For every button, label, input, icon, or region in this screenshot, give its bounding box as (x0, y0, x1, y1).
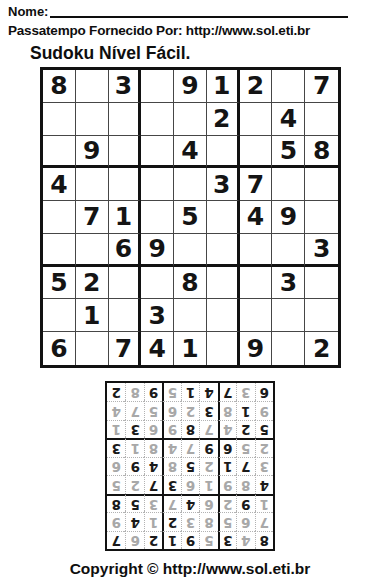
puzzle-cell-r9c8[interactable] (272, 332, 305, 365)
puzzle-cell-r5c3: 1 (109, 201, 142, 234)
solution-cell-r6c8: 1 (125, 438, 143, 456)
puzzle-cell-r4c1: 4 (43, 168, 76, 201)
solution-cell-r8c2: 1 (236, 401, 254, 419)
puzzle-cell-r5c2: 7 (76, 201, 109, 234)
solution-cell-r1c7: 2 (144, 531, 162, 549)
puzzle-cell-r3c1[interactable] (43, 136, 76, 169)
puzzle-cell-r7c5: 8 (174, 267, 207, 300)
puzzle-cell-r7c9[interactable] (305, 267, 338, 300)
solution-cell-r1c4: 5 (199, 531, 217, 549)
solution-cell-r2c3: 5 (218, 512, 236, 530)
solution-cell-r9c7: 9 (144, 383, 162, 401)
solution-cell-r8c7: 5 (144, 401, 162, 419)
puzzle-cell-r1c7: 2 (240, 70, 273, 103)
puzzle-cell-r1c3: 3 (109, 70, 142, 103)
solution-cell-r7c5: 8 (181, 420, 199, 438)
puzzle-cell-r6c6[interactable] (207, 234, 240, 267)
puzzle-cell-r6c7[interactable] (240, 234, 273, 267)
puzzle-cell-r7c3[interactable] (109, 267, 142, 300)
solution-cell-r2c2: 6 (236, 512, 254, 530)
puzzle-cell-r2c3[interactable] (109, 103, 142, 136)
solution-cell-r8c4: 3 (199, 401, 217, 419)
solution-cell-r9c5: 1 (181, 383, 199, 401)
solution-cell-r7c9: 1 (107, 420, 125, 438)
puzzle-cell-r6c8[interactable] (272, 234, 305, 267)
solution-cell-r2c6: 2 (162, 512, 180, 530)
solution-cell-r4c1: 4 (255, 475, 273, 493)
puzzle-cell-r2c6: 2 (207, 103, 240, 136)
solution-cell-r6c9: 3 (107, 438, 125, 456)
solution-cell-r9c9: 2 (107, 383, 125, 401)
solution-cell-r8c5: 2 (181, 401, 199, 419)
solution-cell-r5c7: 4 (144, 457, 162, 475)
solution-cell-r2c4: 8 (199, 512, 217, 530)
name-blank-line (50, 4, 348, 18)
solution-cell-r3c8: 5 (125, 494, 143, 512)
puzzle-cell-r1c5: 9 (174, 70, 207, 103)
solution-cell-r9c2: 3 (236, 383, 254, 401)
puzzle-cell-r6c4: 9 (141, 234, 174, 267)
puzzle-cell-r9c7: 9 (240, 332, 273, 365)
puzzle-cell-r9c5: 1 (174, 332, 207, 365)
solution-cell-r3c5: 4 (181, 494, 199, 512)
puzzle-cell-r3c4[interactable] (141, 136, 174, 169)
solution-cell-r9c3: 7 (218, 383, 236, 401)
puzzle-cell-r1c8[interactable] (272, 70, 305, 103)
solution-cell-r7c1: 5 (255, 420, 273, 438)
solution-cell-r7c7: 6 (144, 420, 162, 438)
solution-cell-r9c4: 4 (199, 383, 217, 401)
solution-cell-r2c5: 3 (181, 512, 199, 530)
puzzle-cell-r6c9: 3 (305, 234, 338, 267)
puzzle-cell-r5c4[interactable] (141, 201, 174, 234)
puzzle-cell-r4c7: 7 (240, 168, 273, 201)
provider-line: Passatempo Fornecido Por: http://www.sol… (8, 23, 372, 38)
solution-cell-r3c4: 6 (199, 494, 217, 512)
solution-cell-r8c9: 4 (107, 401, 125, 419)
puzzle-cell-r2c8: 4 (272, 103, 305, 136)
puzzle-cell-r9c1: 6 (43, 332, 76, 365)
puzzle-cell-r1c9: 7 (305, 70, 338, 103)
solution-cell-r1c2: 4 (236, 531, 254, 549)
solution-cell-r1c3: 3 (218, 531, 236, 549)
puzzle-cell-r5c1[interactable] (43, 201, 76, 234)
puzzle-cell-r8c1[interactable] (43, 299, 76, 332)
solution-cell-r4c9: 5 (107, 475, 125, 493)
solution-cell-r3c6: 7 (162, 494, 180, 512)
solution-cell-r2c8: 4 (125, 512, 143, 530)
puzzle-cell-r2c7[interactable] (240, 103, 273, 136)
solution-cell-r1c8: 6 (125, 531, 143, 549)
puzzle-cell-r7c4[interactable] (141, 267, 174, 300)
solution-cell-r3c2: 9 (236, 494, 254, 512)
puzzle-cell-r3c3[interactable] (109, 136, 142, 169)
puzzle-cell-r8c8[interactable] (272, 299, 305, 332)
solution-cell-r9c1: 6 (255, 383, 273, 401)
puzzle-cell-r7c1: 5 (43, 267, 76, 300)
solution-cell-r5c5: 5 (181, 457, 199, 475)
solution-cell-r3c7: 3 (144, 494, 162, 512)
solution-cell-r1c5: 9 (181, 531, 199, 549)
solution-cell-r6c6: 4 (162, 438, 180, 456)
puzzle-cell-r9c2[interactable] (76, 332, 109, 365)
puzzle-cell-r2c4[interactable] (141, 103, 174, 136)
puzzle-cell-r5c6[interactable] (207, 201, 240, 234)
puzzle-cell-r4c9[interactable] (305, 168, 338, 201)
solution-cell-r7c6: 9 (162, 420, 180, 438)
puzzle-cell-r8c5[interactable] (174, 299, 207, 332)
puzzle-cell-r8c7[interactable] (240, 299, 273, 332)
puzzle-cell-r5c5: 5 (174, 201, 207, 234)
puzzle-cell-r6c5[interactable] (174, 234, 207, 267)
solution-cell-r6c2: 5 (236, 438, 254, 456)
puzzle-cell-r7c2: 2 (76, 267, 109, 300)
puzzle-cell-r7c6[interactable] (207, 267, 240, 300)
puzzle-cell-r2c5[interactable] (174, 103, 207, 136)
puzzle-cell-r4c6: 3 (207, 168, 240, 201)
solution-cell-r5c1: 3 (255, 457, 273, 475)
puzzle-cell-r9c3: 7 (109, 332, 142, 365)
solution-cell-r7c8: 3 (125, 420, 143, 438)
solution-cell-r5c3: 1 (218, 457, 236, 475)
puzzle-cell-r8c3[interactable] (109, 299, 142, 332)
copyright-line: Copyright © http://www.sol.eti.br (8, 560, 372, 578)
puzzle-cell-r8c9[interactable] (305, 299, 338, 332)
puzzle-cell-r4c2[interactable] (76, 168, 109, 201)
solution-cell-r6c4: 9 (199, 438, 217, 456)
solution-cell-r6c1: 2 (255, 438, 273, 456)
solution-cell-r1c6: 1 (162, 531, 180, 549)
solution-cell-r3c3: 2 (218, 494, 236, 512)
puzzle-cell-r7c7[interactable] (240, 267, 273, 300)
solution-cell-r4c2: 8 (236, 475, 254, 493)
puzzle-cell-r3c7[interactable] (240, 136, 273, 169)
solution-grid-wrap: 8435912677658321491926473584891637253712… (105, 381, 275, 551)
name-row: Nome: (8, 2, 372, 19)
solution-cell-r6c3: 6 (218, 438, 236, 456)
puzzle-cell-r2c1[interactable] (43, 103, 76, 136)
solution-cell-r8c3: 8 (218, 401, 236, 419)
solution-cell-r5c8: 9 (125, 457, 143, 475)
puzzle-cell-r4c3[interactable] (109, 168, 142, 201)
solution-cell-r1c1: 8 (255, 531, 273, 549)
solution-cell-r4c4: 1 (199, 475, 217, 493)
solution-cell-r1c9: 7 (107, 531, 125, 549)
solution-cell-r6c7: 8 (144, 438, 162, 456)
puzzle-cell-r6c3: 6 (109, 234, 142, 267)
solution-cell-r5c6: 8 (162, 457, 180, 475)
puzzle-cell-r9c9: 2 (305, 332, 338, 365)
puzzle-cell-r8c2: 1 (76, 299, 109, 332)
puzzle-cell-r9c4: 4 (141, 332, 174, 365)
puzzle-cell-r7c8: 3 (272, 267, 305, 300)
puzzle-cell-r2c2[interactable] (76, 103, 109, 136)
solution-grid: 8435912677658321491926473584891637253712… (105, 381, 275, 551)
puzzle-cell-r6c2[interactable] (76, 234, 109, 267)
puzzle-cell-r8c4: 3 (141, 299, 174, 332)
solution-cell-r4c5: 6 (181, 475, 199, 493)
puzzle-cell-r1c4[interactable] (141, 70, 174, 103)
puzzle-cell-r3c2: 9 (76, 136, 109, 169)
solution-cell-r7c2: 2 (236, 420, 254, 438)
puzzle-cell-r5c7: 4 (240, 201, 273, 234)
solution-cell-r9c8: 8 (125, 383, 143, 401)
solution-cell-r2c7: 1 (144, 512, 162, 530)
page-title: Sudoku Nível Fácil. (30, 43, 372, 64)
puzzle-cell-r1c2[interactable] (76, 70, 109, 103)
solution-cell-r7c3: 4 (218, 420, 236, 438)
puzzle-cell-r3c5: 4 (174, 136, 207, 169)
puzzle-cell-r1c6: 1 (207, 70, 240, 103)
puzzle-cell-r2c9[interactable] (305, 103, 338, 136)
solution-cell-r8c8: 7 (125, 401, 143, 419)
solution-cell-r4c3: 9 (218, 475, 236, 493)
solution-cell-r4c7: 7 (144, 475, 162, 493)
solution-cell-r7c4: 7 (199, 420, 217, 438)
solution-cell-r2c9: 9 (107, 512, 125, 530)
puzzle-cell-r1c1: 8 (43, 70, 76, 103)
puzzle-cell-r3c6[interactable] (207, 136, 240, 169)
puzzle-cell-r3c8: 5 (272, 136, 305, 169)
puzzle-cell-r3c9: 8 (305, 136, 338, 169)
puzzle-grid: 83912724945843771549693528313674192 (40, 67, 341, 368)
puzzle-cell-r5c9[interactable] (305, 201, 338, 234)
solution-cell-r2c1: 7 (255, 512, 273, 530)
name-label: Nome: (8, 4, 48, 19)
solution-cell-r6c5: 7 (181, 438, 199, 456)
solution-cell-r8c1: 9 (255, 401, 273, 419)
puzzle-cell-r6c1[interactable] (43, 234, 76, 267)
solution-cell-r9c6: 5 (162, 383, 180, 401)
solution-cell-r5c9: 6 (107, 457, 125, 475)
solution-cell-r3c9: 8 (107, 494, 125, 512)
solution-cell-r5c2: 7 (236, 457, 254, 475)
solution-cell-r3c1: 1 (255, 494, 273, 512)
sudoku-sheet: Nome: Passatempo Fornecido Por: http://w… (0, 0, 380, 578)
solution-cell-r4c6: 3 (162, 475, 180, 493)
solution-cell-r5c4: 2 (199, 457, 217, 475)
puzzle-cell-r9c6[interactable] (207, 332, 240, 365)
solution-cell-r4c8: 2 (125, 475, 143, 493)
puzzle-cell-r8c6[interactable] (207, 299, 240, 332)
puzzle-cell-r4c8[interactable] (272, 168, 305, 201)
puzzle-cell-r4c5[interactable] (174, 168, 207, 201)
solution-cell-r8c6: 6 (162, 401, 180, 419)
puzzle-cell-r4c4[interactable] (141, 168, 174, 201)
puzzle-cell-r5c8: 9 (272, 201, 305, 234)
